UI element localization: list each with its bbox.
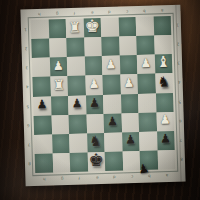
square-g5[interactable] — [50, 96, 68, 116]
rank-label: 1 — [23, 20, 29, 39]
file-label: g — [53, 176, 71, 182]
rank-label: 7 — [26, 135, 32, 154]
square-b1[interactable] — [136, 16, 154, 36]
square-g1[interactable] — [48, 19, 66, 39]
square-d3[interactable]: ♟ — [102, 56, 120, 76]
square-h3[interactable] — [32, 58, 50, 78]
square-g6[interactable] — [51, 115, 69, 135]
file-label: d — [105, 174, 123, 180]
square-c4[interactable]: ♟ — [120, 74, 138, 94]
square-b6[interactable] — [139, 112, 157, 132]
square-e2[interactable] — [84, 37, 102, 57]
file-labels-bottom: hgfedcba — [35, 173, 175, 182]
square-f1[interactable]: ♜ — [66, 19, 84, 39]
board-grid: ♜♚♟♟♟♝♜♟♟♞♟♟♟♟♟♞♟♟♚ — [31, 16, 175, 173]
square-h8[interactable] — [35, 154, 53, 174]
square-d7[interactable] — [104, 132, 122, 152]
square-a4[interactable]: ♞ — [155, 73, 173, 93]
rank-label: 2 — [23, 39, 29, 58]
captured-piece-on-border[interactable]: ♟ — [137, 161, 150, 177]
rank-label: 6 — [26, 116, 32, 135]
square-f6[interactable] — [69, 114, 87, 134]
square-h5[interactable]: ♟ — [33, 96, 51, 116]
black-knight-e7[interactable]: ♞ — [87, 131, 105, 151]
square-a1[interactable] — [153, 16, 171, 36]
black-knight-a4[interactable]: ♞ — [155, 72, 173, 92]
black-pawn-a7[interactable]: ♟ — [157, 129, 175, 149]
square-e1[interactable]: ♚ — [83, 18, 101, 38]
square-a7[interactable]: ♟ — [157, 131, 175, 151]
square-f5[interactable]: ♟ — [68, 95, 86, 115]
white-pawn-g3[interactable]: ♟ — [49, 56, 67, 76]
file-label: a — [158, 173, 176, 179]
black-king-e8[interactable]: ♚ — [87, 150, 105, 170]
rank-label: 4 — [24, 78, 30, 97]
square-b3[interactable]: ♟ — [137, 55, 155, 75]
square-d4[interactable] — [102, 75, 120, 95]
white-pawn-a6[interactable]: ♟ — [156, 110, 174, 130]
board-crease-line — [175, 5, 181, 182]
white-bishop-a3[interactable]: ♝ — [154, 53, 172, 73]
rank-label: 3 — [24, 58, 30, 77]
white-pawn-b3[interactable]: ♟ — [137, 53, 155, 73]
file-label: f — [65, 11, 83, 17]
white-pawn-c4[interactable]: ♟ — [120, 73, 138, 93]
square-f3[interactable] — [67, 57, 85, 77]
black-pawn-d6[interactable]: ♟ — [103, 112, 121, 132]
square-d8[interactable] — [105, 151, 123, 171]
rank-label: 8 — [27, 154, 33, 173]
square-g8[interactable] — [52, 153, 70, 173]
square-c2[interactable] — [119, 36, 137, 56]
square-g4[interactable]: ♜ — [50, 76, 68, 96]
square-f8[interactable] — [70, 152, 88, 172]
square-d6[interactable]: ♟ — [104, 113, 122, 133]
file-label: b — [135, 8, 153, 14]
white-rook-g4[interactable]: ♜ — [50, 75, 68, 95]
file-label: d — [100, 10, 118, 16]
square-c5[interactable] — [120, 94, 138, 114]
square-d1[interactable] — [101, 18, 119, 38]
white-pawn-e4[interactable]: ♟ — [85, 74, 103, 94]
black-pawn-h5[interactable]: ♟ — [33, 95, 51, 115]
square-a8[interactable] — [157, 150, 175, 170]
square-b4[interactable] — [137, 74, 155, 94]
square-b5[interactable] — [138, 93, 156, 113]
square-h6[interactable] — [34, 115, 52, 135]
square-b7[interactable] — [139, 131, 157, 151]
rank-label: 5 — [25, 97, 31, 116]
file-label: h — [30, 12, 48, 18]
file-label: f — [70, 175, 88, 181]
square-e8[interactable]: ♚ — [87, 152, 105, 172]
white-king-e1[interactable]: ♚ — [83, 17, 101, 37]
square-e5[interactable]: ♟ — [85, 95, 103, 115]
chessboard: hgfedcba hgfedcba 12345678 12345678 ♜♚♟♟… — [20, 5, 185, 187]
square-f2[interactable] — [66, 38, 84, 58]
black-pawn-f5[interactable]: ♟ — [68, 94, 86, 114]
white-rook-f1[interactable]: ♜ — [66, 17, 84, 37]
file-label: a — [153, 8, 171, 14]
square-h7[interactable] — [34, 134, 52, 154]
file-label: h — [35, 177, 53, 183]
chess-photo-scene: hgfedcba hgfedcba 12345678 12345678 ♜♚♟♟… — [0, 0, 200, 200]
file-label: c — [118, 9, 136, 15]
black-pawn-e5[interactable]: ♟ — [85, 93, 103, 113]
square-c1[interactable] — [118, 17, 136, 37]
file-label: e — [88, 175, 106, 181]
black-pawn-c7[interactable]: ♟ — [122, 130, 140, 150]
square-h1[interactable] — [31, 20, 49, 40]
square-f7[interactable] — [69, 133, 87, 153]
white-pawn-d3[interactable]: ♟ — [102, 54, 120, 74]
file-label: c — [123, 174, 141, 180]
square-h2[interactable] — [31, 39, 49, 59]
square-g7[interactable] — [52, 134, 70, 154]
square-c7[interactable]: ♟ — [122, 132, 140, 152]
file-label: g — [48, 11, 66, 17]
